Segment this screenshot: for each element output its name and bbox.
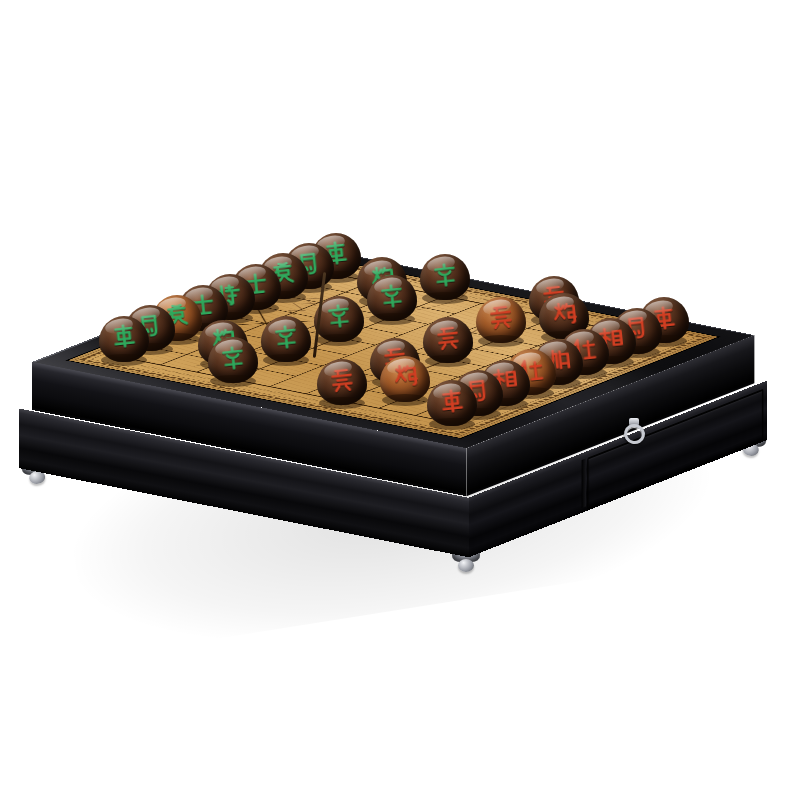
- piece-red-pao-f1r7: [380, 356, 430, 402]
- piece-character: [391, 363, 420, 391]
- piece-character: [377, 282, 406, 310]
- piece-green-zu-f2r3: [261, 316, 311, 362]
- piece-green-zu-f6r3: [367, 275, 417, 321]
- piece-character: [550, 300, 579, 328]
- piece-character: [271, 323, 300, 351]
- piece-red-bing-f0r6: [317, 359, 367, 405]
- piece-character: [328, 366, 357, 394]
- piece-character: [487, 304, 516, 332]
- piece-green-ju-f0r0: [99, 316, 149, 362]
- piece-character: [324, 303, 353, 331]
- pieces-layer: [0, 0, 800, 800]
- piece-green-zu-f0r3: [208, 337, 258, 383]
- piece-character: [218, 344, 247, 372]
- piece-character: [430, 261, 459, 289]
- piece-character: [437, 387, 466, 415]
- piece-red-bing-f6r6: [476, 297, 526, 343]
- piece-green-zu-f8r3: [420, 254, 470, 300]
- piece-red-bing-f4r6: [423, 317, 473, 363]
- piece-character: [109, 323, 138, 351]
- xiangqi-set-photo: [0, 0, 800, 800]
- piece-character: [434, 324, 463, 352]
- piece-red-ju-f0r9: [427, 380, 477, 426]
